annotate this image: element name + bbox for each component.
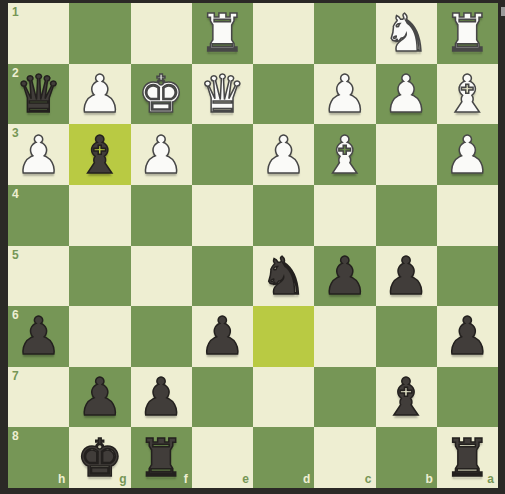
square-c2[interactable]: ♟ (314, 64, 375, 125)
file-label-e: e (242, 472, 249, 486)
square-g2[interactable]: ♟ (69, 64, 130, 125)
piece-white-queen[interactable]: ♛ (192, 64, 253, 125)
piece-black-queen[interactable]: ♛ (8, 64, 69, 125)
piece-white-rook[interactable]: ♜ (192, 3, 253, 64)
square-a6[interactable]: ♟ (437, 306, 498, 367)
square-h7[interactable]: 7 (8, 367, 69, 428)
square-g6[interactable] (69, 306, 130, 367)
piece-white-pawn[interactable]: ♟ (253, 124, 314, 185)
piece-black-pawn[interactable]: ♟ (69, 367, 130, 428)
square-e5[interactable] (192, 246, 253, 307)
square-d6[interactable] (253, 306, 314, 367)
square-d3[interactable]: ♟ (253, 124, 314, 185)
square-g4[interactable] (69, 185, 130, 246)
piece-black-pawn[interactable]: ♟ (376, 246, 437, 307)
square-c3[interactable]: ♝ (314, 124, 375, 185)
piece-black-pawn[interactable]: ♟ (8, 306, 69, 367)
piece-white-pawn[interactable]: ♟ (8, 124, 69, 185)
square-g3[interactable]: ♝ (69, 124, 130, 185)
square-a4[interactable] (437, 185, 498, 246)
rank-label-8: 8 (12, 429, 19, 443)
square-d2[interactable] (253, 64, 314, 125)
piece-white-pawn[interactable]: ♟ (131, 124, 192, 185)
file-label-g: g (119, 472, 126, 486)
square-c5[interactable]: ♟ (314, 246, 375, 307)
rank-label-7: 7 (12, 369, 19, 383)
square-h3[interactable]: 3♟ (8, 124, 69, 185)
rank-label-1: 1 (12, 5, 19, 19)
square-h1[interactable]: 1 (8, 3, 69, 64)
file-label-b: b (425, 472, 432, 486)
square-f6[interactable] (131, 306, 192, 367)
square-d1[interactable] (253, 3, 314, 64)
square-a8[interactable]: ♜a (437, 427, 498, 488)
square-c1[interactable] (314, 3, 375, 64)
square-f3[interactable]: ♟ (131, 124, 192, 185)
piece-white-pawn[interactable]: ♟ (314, 64, 375, 125)
file-label-h: h (58, 472, 65, 486)
square-e3[interactable] (192, 124, 253, 185)
piece-black-pawn[interactable]: ♟ (437, 306, 498, 367)
square-h6[interactable]: 6♟ (8, 306, 69, 367)
square-f4[interactable] (131, 185, 192, 246)
piece-white-pawn[interactable]: ♟ (376, 64, 437, 125)
square-b8[interactable]: b (376, 427, 437, 488)
square-a2[interactable]: ♝ (437, 64, 498, 125)
piece-white-pawn[interactable]: ♟ (69, 64, 130, 125)
square-b4[interactable] (376, 185, 437, 246)
piece-white-pawn[interactable]: ♟ (437, 124, 498, 185)
piece-black-knight[interactable]: ♞ (253, 246, 314, 307)
square-h4[interactable]: 4 (8, 185, 69, 246)
piece-black-bishop[interactable]: ♝ (376, 367, 437, 428)
square-e6[interactable]: ♟ (192, 306, 253, 367)
square-e2[interactable]: ♛ (192, 64, 253, 125)
file-label-c: c (365, 472, 372, 486)
file-label-f: f (184, 472, 188, 486)
rank-label-5: 5 (12, 248, 19, 262)
square-b2[interactable]: ♟ (376, 64, 437, 125)
piece-black-pawn[interactable]: ♟ (131, 367, 192, 428)
chess-board: 1♜♞♜2♛♟♚♛♟♟♝3♟♝♟♟♝♟45♞♟♟6♟♟♟7♟♟♝8h♚g♜fed… (8, 3, 498, 488)
piece-black-pawn[interactable]: ♟ (314, 246, 375, 307)
square-h8[interactable]: 8h (8, 427, 69, 488)
piece-white-knight[interactable]: ♞ (376, 3, 437, 64)
square-g8[interactable]: ♚g (69, 427, 130, 488)
square-h5[interactable]: 5 (8, 246, 69, 307)
square-b3[interactable] (376, 124, 437, 185)
piece-white-rook[interactable]: ♜ (437, 3, 498, 64)
square-d8[interactable]: d (253, 427, 314, 488)
square-a7[interactable] (437, 367, 498, 428)
square-d5[interactable]: ♞ (253, 246, 314, 307)
piece-black-bishop[interactable]: ♝ (69, 124, 130, 185)
square-g1[interactable] (69, 3, 130, 64)
square-e4[interactable] (192, 185, 253, 246)
square-e1[interactable]: ♜ (192, 3, 253, 64)
square-e7[interactable] (192, 367, 253, 428)
square-c8[interactable]: c (314, 427, 375, 488)
piece-white-king[interactable]: ♚ (131, 64, 192, 125)
piece-black-pawn[interactable]: ♟ (192, 306, 253, 367)
square-f1[interactable] (131, 3, 192, 64)
square-d4[interactable] (253, 185, 314, 246)
square-c7[interactable] (314, 367, 375, 428)
file-label-a: a (487, 472, 494, 486)
square-e8[interactable]: e (192, 427, 253, 488)
square-h2[interactable]: 2♛ (8, 64, 69, 125)
file-label-d: d (303, 472, 310, 486)
square-d7[interactable] (253, 367, 314, 428)
rank-label-4: 4 (12, 187, 19, 201)
piece-white-bishop[interactable]: ♝ (437, 64, 498, 125)
square-f7[interactable]: ♟ (131, 367, 192, 428)
square-b6[interactable] (376, 306, 437, 367)
square-c6[interactable] (314, 306, 375, 367)
square-f2[interactable]: ♚ (131, 64, 192, 125)
piece-black-rook[interactable]: ♜ (131, 427, 192, 488)
square-b5[interactable]: ♟ (376, 246, 437, 307)
square-b7[interactable]: ♝ (376, 367, 437, 428)
square-g7[interactable]: ♟ (69, 367, 130, 428)
square-f8[interactable]: ♜f (131, 427, 192, 488)
square-a3[interactable]: ♟ (437, 124, 498, 185)
square-c4[interactable] (314, 185, 375, 246)
square-a1[interactable]: ♜ (437, 3, 498, 64)
square-g5[interactable] (69, 246, 130, 307)
square-b1[interactable]: ♞ (376, 3, 437, 64)
square-f5[interactable] (131, 246, 192, 307)
piece-white-bishop[interactable]: ♝ (314, 124, 375, 185)
ui-fragment-notch (501, 7, 505, 16)
chess-board-frame: 1♜♞♜2♛♟♚♛♟♟♝3♟♝♟♟♝♟45♞♟♟6♟♟♟7♟♟♝8h♚g♜fed… (0, 0, 505, 494)
square-a5[interactable] (437, 246, 498, 307)
